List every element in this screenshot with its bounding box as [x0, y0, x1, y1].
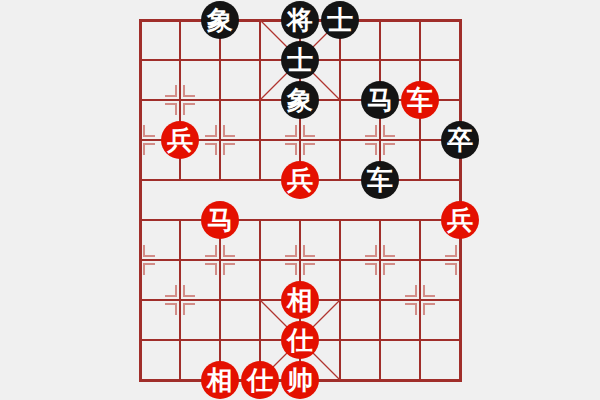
piece-red-elephant[interactable]: 相: [201, 361, 239, 399]
piece-black-chariot[interactable]: 车: [361, 161, 399, 199]
piece-black-elephant[interactable]: 象: [281, 81, 319, 119]
piece-layer: 象将士士象马车兵卒兵车马兵相仕相仕帅: [120, 0, 480, 400]
piece-black-general[interactable]: 将: [281, 1, 319, 39]
piece-black-advisor[interactable]: 士: [321, 1, 359, 39]
piece-black-soldier[interactable]: 卒: [441, 121, 479, 159]
piece-red-soldier[interactable]: 兵: [161, 121, 199, 159]
piece-black-advisor[interactable]: 士: [281, 41, 319, 79]
piece-red-advisor[interactable]: 仕: [241, 361, 279, 399]
xiangqi-app-background: 象将士士象马车兵卒兵车马兵相仕相仕帅: [0, 0, 600, 400]
piece-black-elephant[interactable]: 象: [201, 1, 239, 39]
piece-red-elephant[interactable]: 相: [281, 281, 319, 319]
piece-red-soldier[interactable]: 兵: [441, 201, 479, 239]
piece-red-general[interactable]: 帅: [281, 361, 319, 399]
piece-red-advisor[interactable]: 仕: [281, 321, 319, 359]
piece-red-soldier[interactable]: 兵: [281, 161, 319, 199]
piece-black-horse[interactable]: 马: [361, 81, 399, 119]
xiangqi-board[interactable]: 象将士士象马车兵卒兵车马兵相仕相仕帅: [120, 0, 480, 400]
piece-red-chariot[interactable]: 车: [401, 81, 439, 119]
piece-red-horse[interactable]: 马: [201, 201, 239, 239]
